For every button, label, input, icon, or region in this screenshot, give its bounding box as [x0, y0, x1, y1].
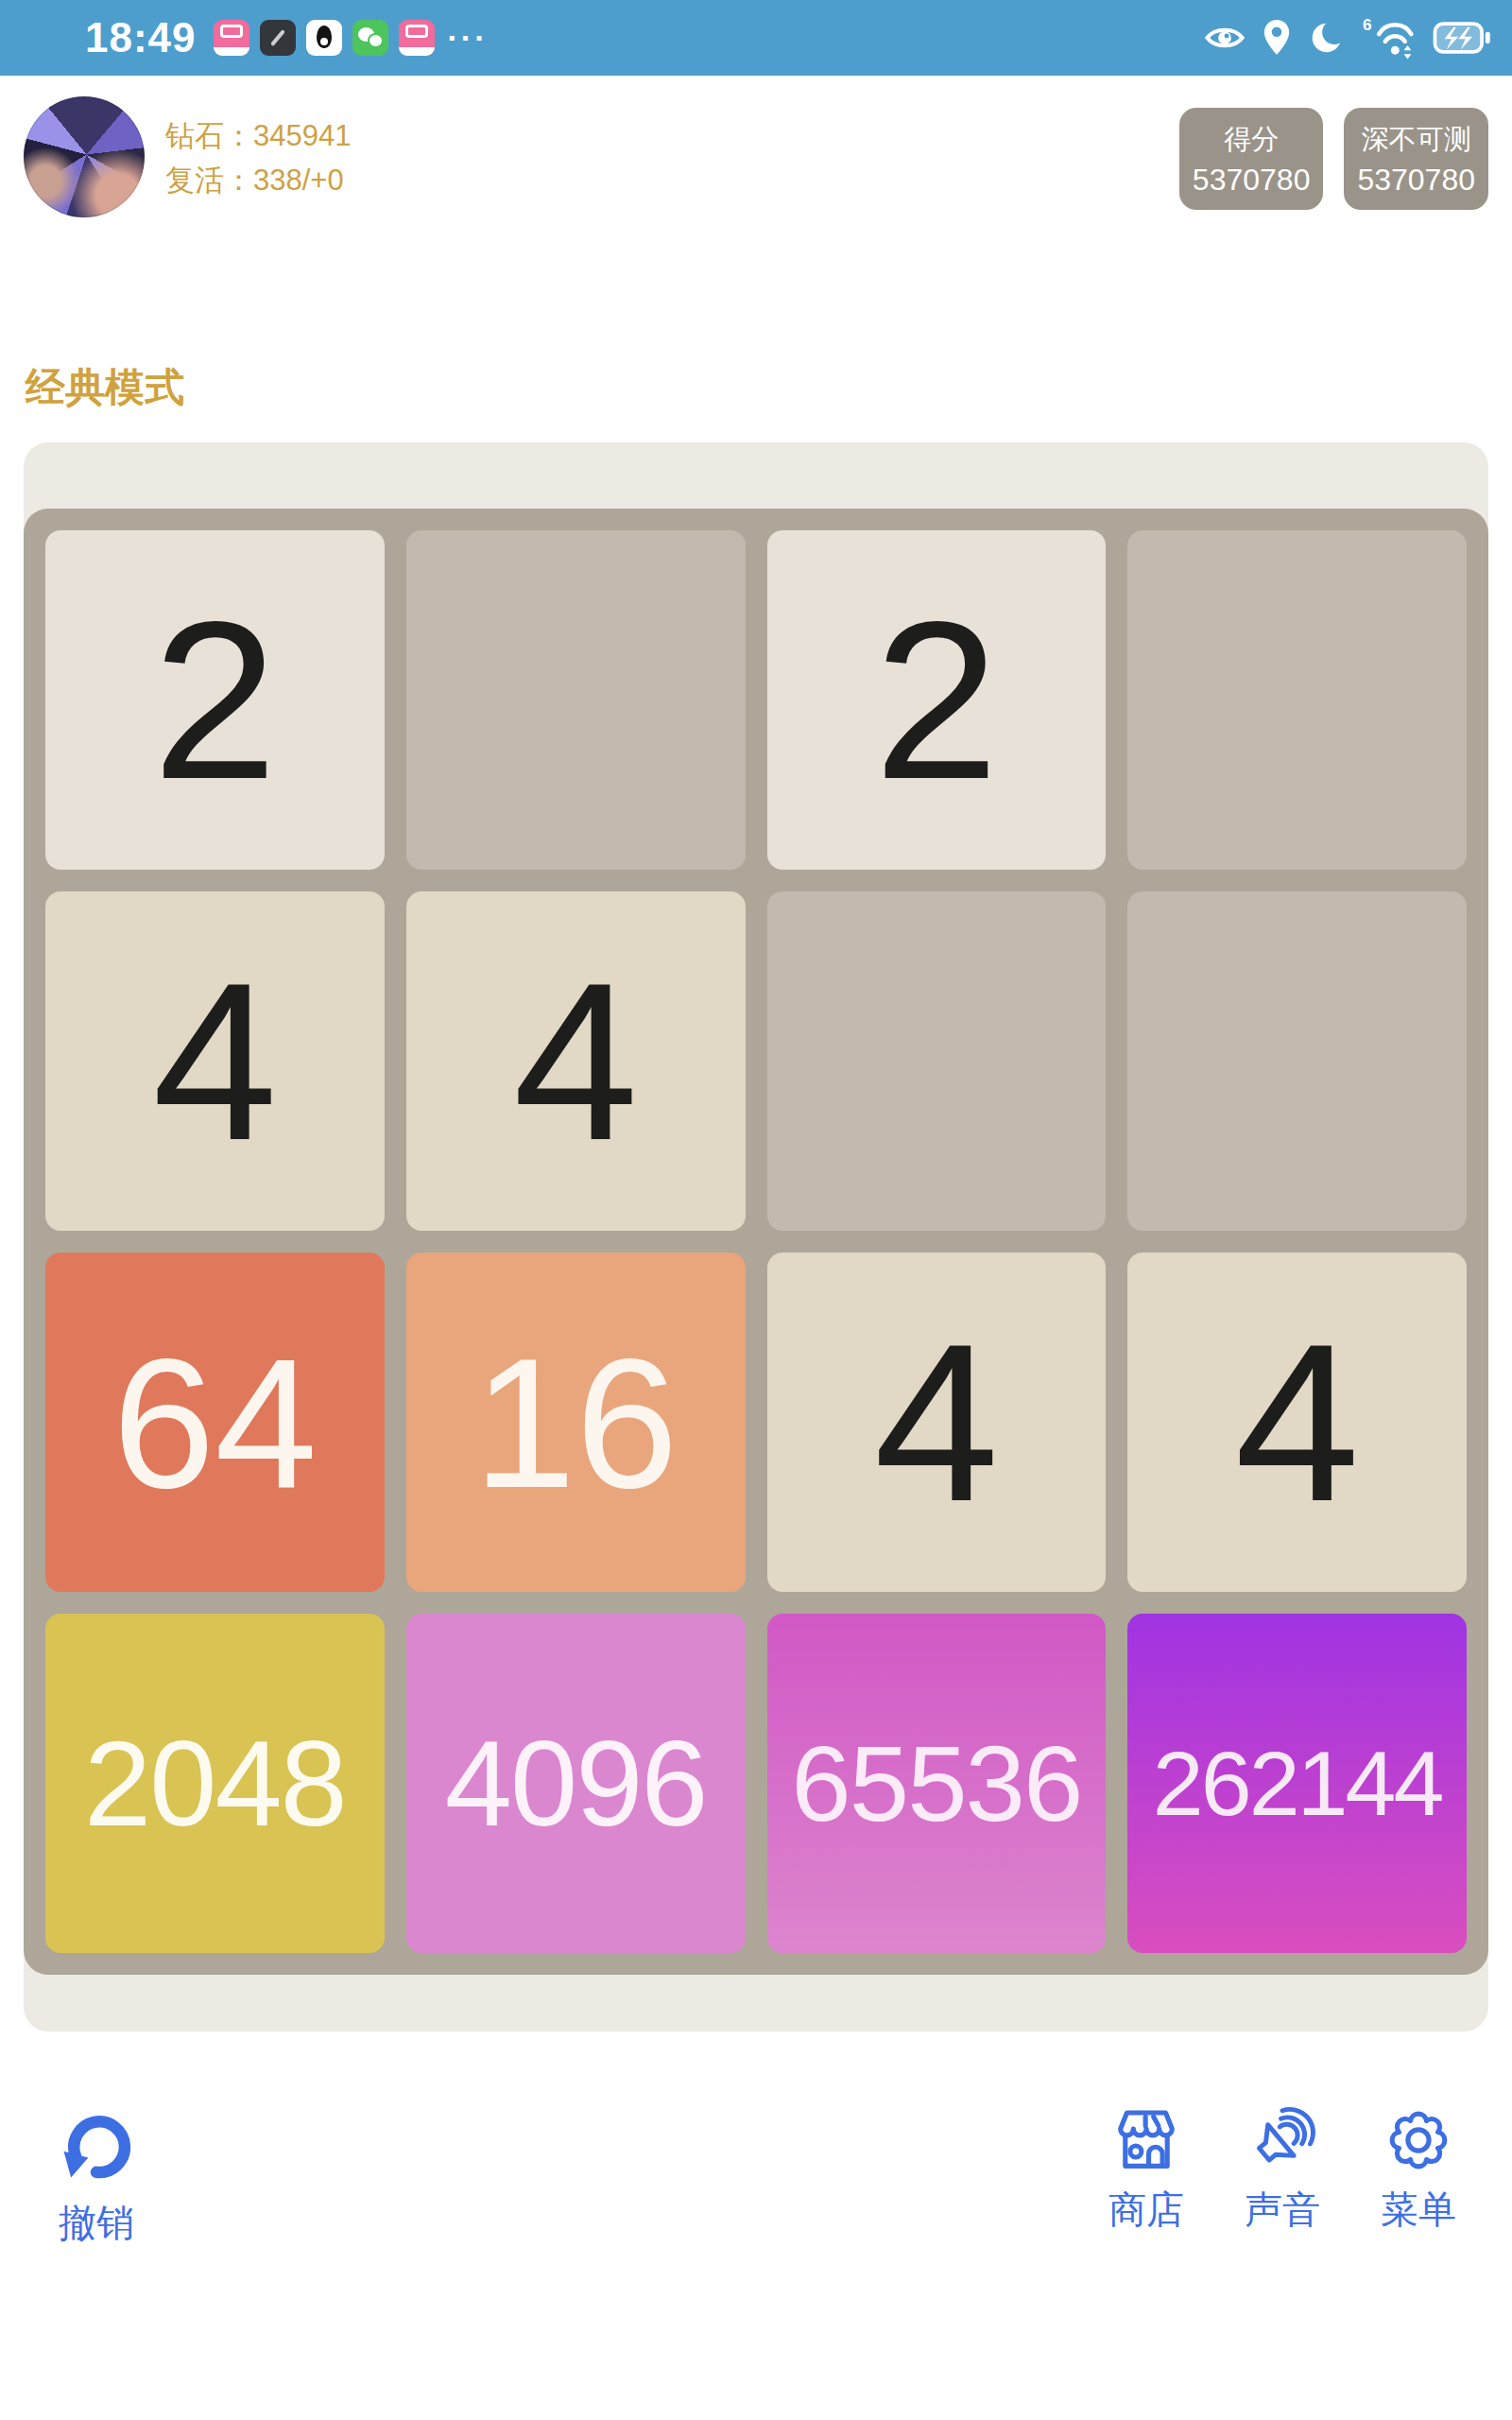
tile-2: 2: [767, 530, 1107, 870]
board-panel: 22446416442048409665536262144: [24, 442, 1488, 2031]
score-value: 5370780: [1193, 163, 1311, 198]
notification-icons: [214, 20, 435, 56]
score-badge: 得分 5370780: [1179, 108, 1324, 210]
clock-text: 18:49: [85, 14, 197, 61]
tile-2048: 2048: [45, 1614, 385, 1953]
bilibili-icon: [214, 20, 249, 56]
tile-4: 4: [1127, 1253, 1467, 1592]
empty-cell: [767, 891, 1107, 1231]
status-right-icons: 6: [1204, 15, 1491, 60]
rank-label: 深不可测: [1362, 121, 1471, 159]
player-stats: 钻石：345941 复活：338/+0: [165, 113, 351, 202]
sound-icon: [1244, 2101, 1321, 2179]
avatar[interactable]: [24, 96, 145, 217]
tile-64: 64: [45, 1253, 385, 1592]
moon-icon: [1308, 18, 1348, 58]
svg-text:6: 6: [1363, 15, 1372, 34]
bilibili-icon: [399, 20, 435, 56]
tile-65536: 65536: [767, 1614, 1107, 1953]
bottom-toolbar: 撤销 商店: [0, 2101, 1512, 2243]
status-bar: 18:49 ···: [0, 0, 1512, 76]
score-badges: 得分 5370780 深不可测 5370780: [1179, 108, 1488, 210]
diamond-value: 345941: [253, 119, 351, 152]
eye-icon: [1204, 23, 1246, 53]
tile-16: 16: [406, 1253, 746, 1592]
empty-cell: [1127, 891, 1467, 1231]
tile-2: 2: [45, 530, 385, 870]
sound-label: 声音: [1245, 2188, 1320, 2230]
more-notifications-dots: ···: [448, 20, 489, 57]
tile-262144: 262144: [1127, 1614, 1467, 1953]
diamond-stat: 钻石：345941: [165, 113, 351, 158]
wifi-6-icon: 6: [1363, 15, 1417, 60]
battery-charging-icon: [1433, 19, 1491, 57]
undo-icon: [53, 2101, 140, 2192]
gear-icon: [1380, 2101, 1457, 2179]
tile-4096: 4096: [406, 1614, 746, 1953]
rank-value: 5370780: [1357, 163, 1475, 198]
shop-icon: [1108, 2101, 1185, 2179]
empty-cell: [1127, 530, 1467, 870]
location-icon: [1261, 18, 1293, 58]
tile-4: 4: [45, 891, 385, 1231]
empty-cell: [406, 530, 746, 870]
sound-button[interactable]: 声音: [1244, 2101, 1321, 2230]
tile-4: 4: [406, 891, 746, 1231]
score-label: 得分: [1224, 121, 1279, 159]
board[interactable]: 22446416442048409665536262144: [24, 509, 1488, 1975]
rank-badge: 深不可测 5370780: [1344, 108, 1488, 210]
shop-label: 商店: [1108, 2188, 1184, 2230]
player-header: 钻石：345941 复活：338/+0 得分 5370780 深不可测 5370…: [0, 96, 1512, 217]
tile-4: 4: [767, 1253, 1107, 1592]
wechat-icon: [352, 20, 388, 56]
undo-button[interactable]: 撤销: [53, 2101, 140, 2243]
screenshot-dark-app-icon: [260, 20, 296, 56]
mode-title: 经典模式: [26, 361, 1512, 414]
menu-button[interactable]: 菜单: [1380, 2101, 1457, 2230]
undo-label: 撤销: [59, 2202, 134, 2243]
qq-icon: [306, 20, 342, 56]
menu-label: 菜单: [1381, 2188, 1456, 2230]
revive-value: 338/+0: [253, 164, 344, 197]
shop-button[interactable]: 商店: [1108, 2101, 1185, 2230]
revive-stat: 复活：338/+0: [165, 158, 351, 202]
